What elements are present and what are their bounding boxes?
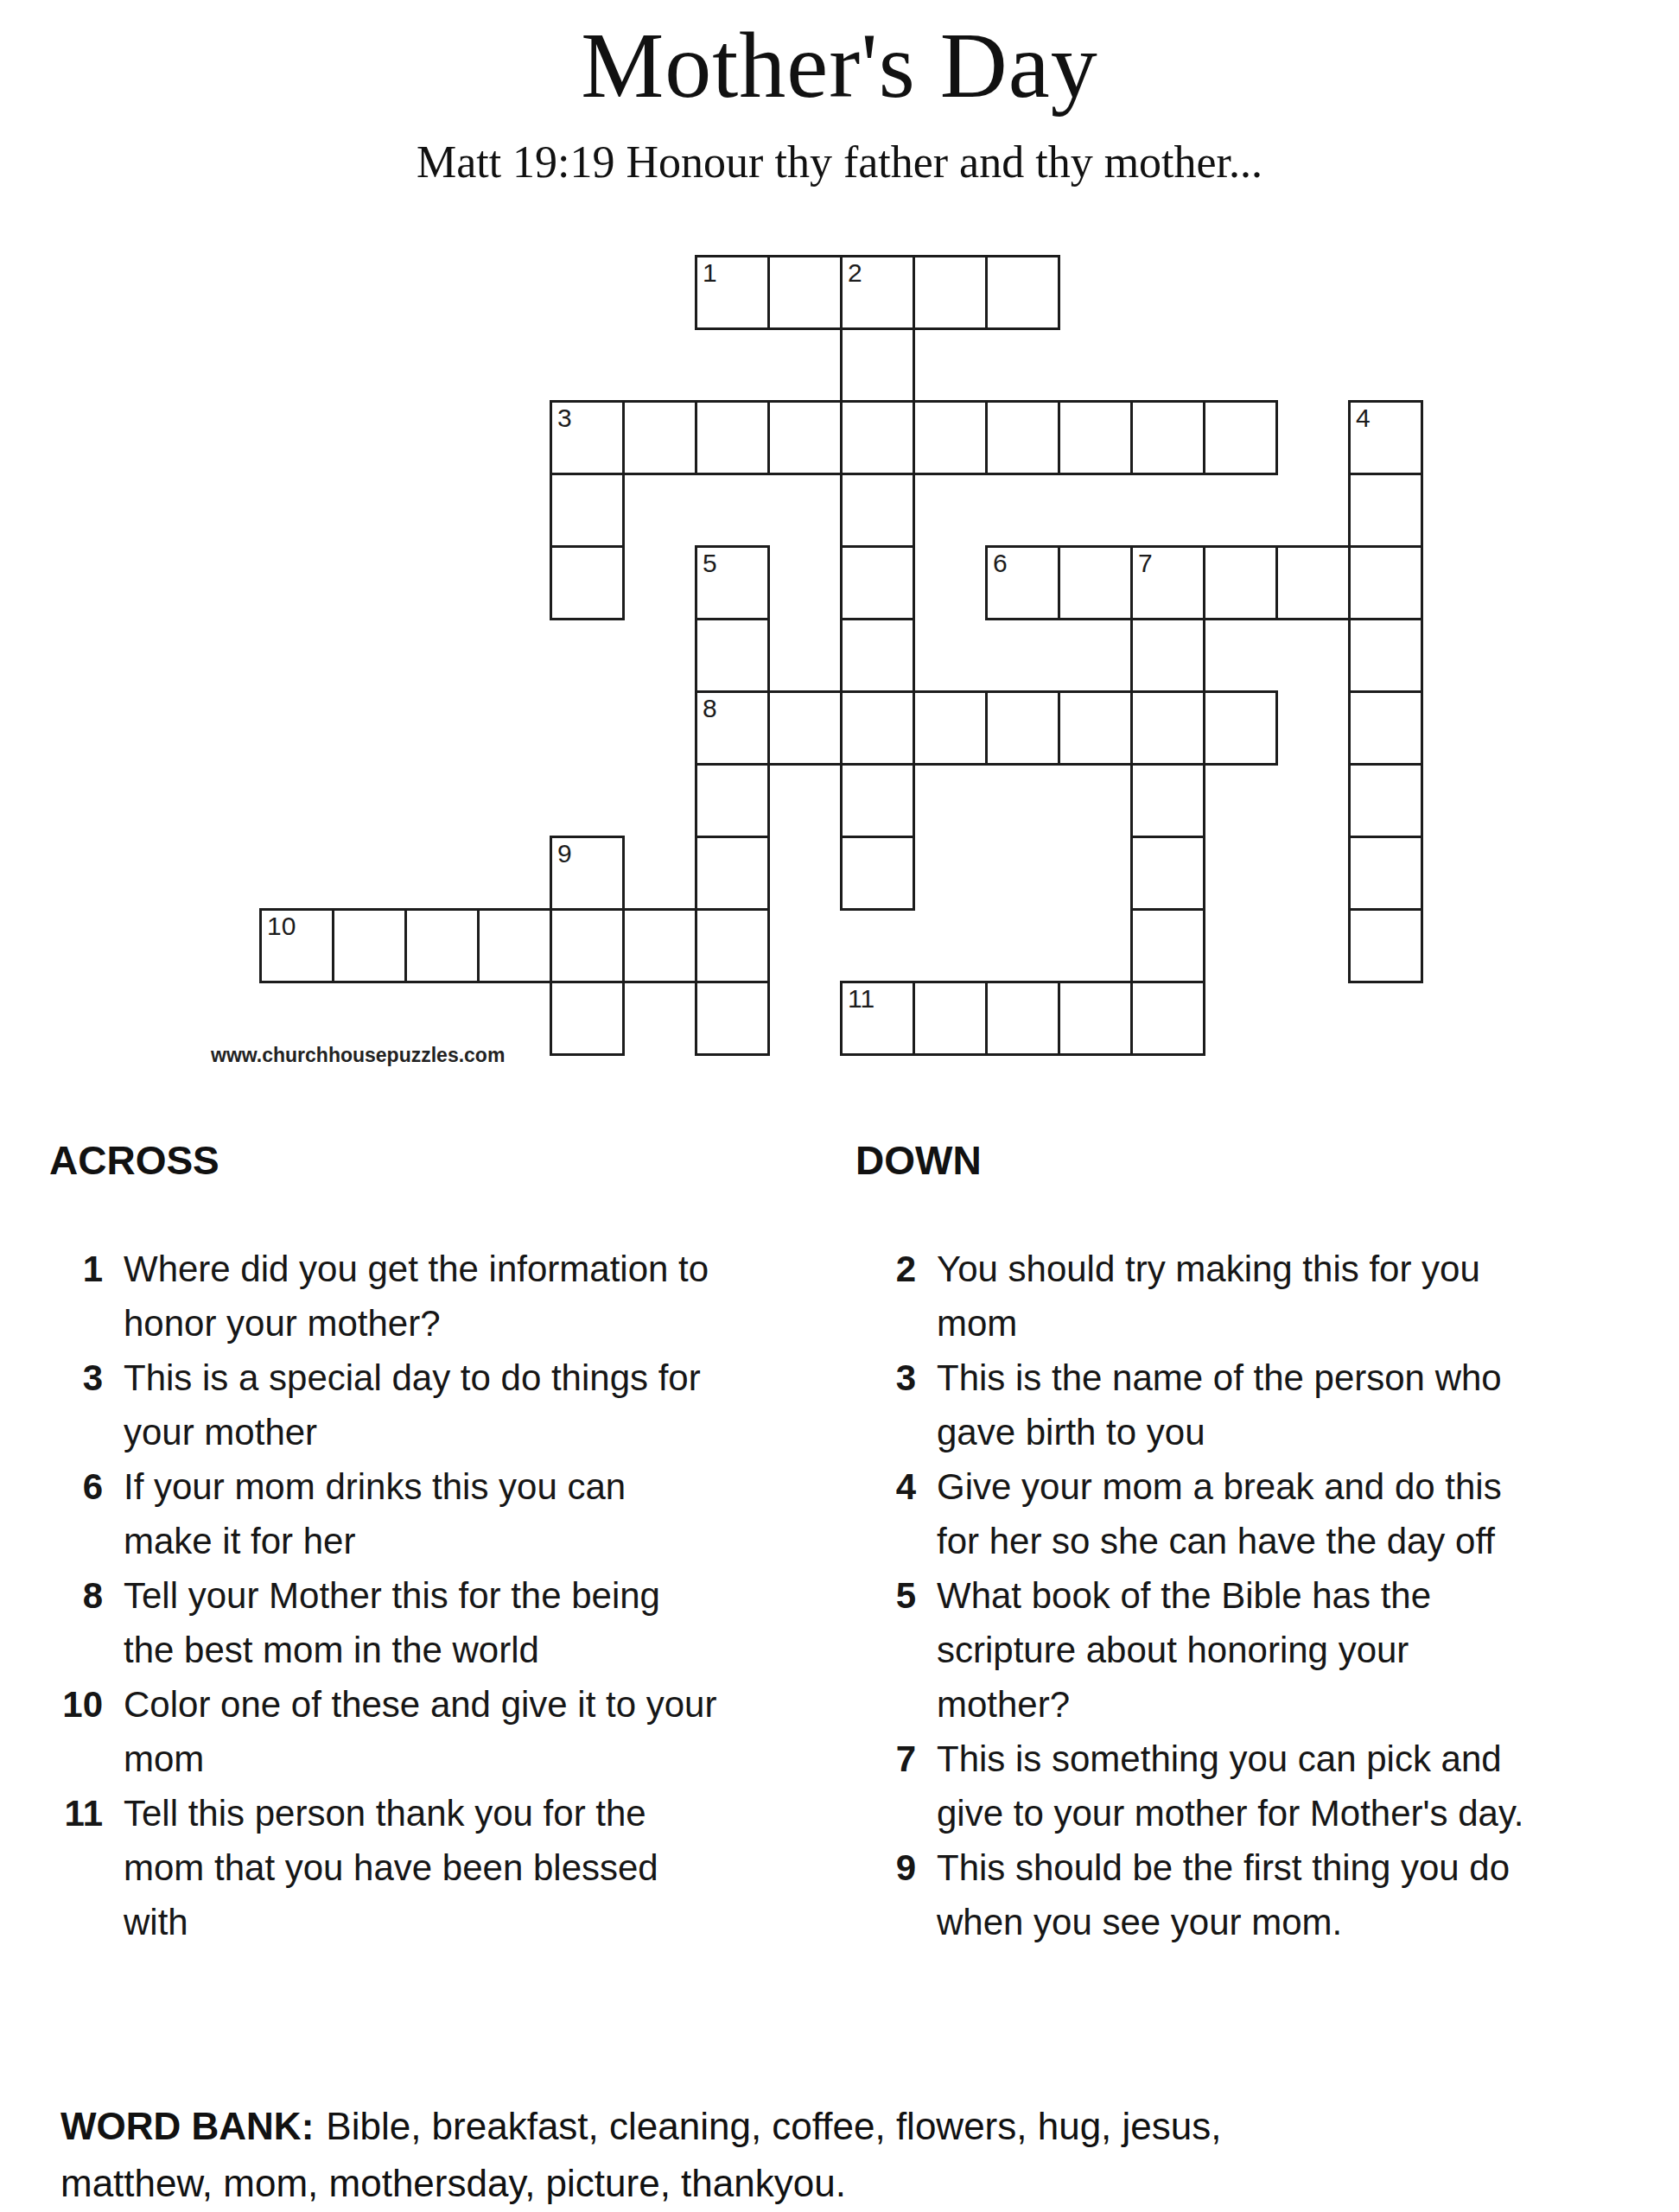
grid-cell[interactable]: 6 — [985, 545, 1060, 620]
grid-cell[interactable] — [1203, 545, 1278, 620]
grid-cell[interactable] — [332, 908, 407, 983]
clue-number: 5 — [855, 1568, 937, 1623]
across-clue-8: 8Tell your Mother this for the being the… — [49, 1568, 766, 1677]
grid-cell[interactable] — [622, 908, 697, 983]
grid-cell[interactable] — [1058, 400, 1133, 475]
clue-number: 10 — [267, 912, 296, 941]
grid-cell[interactable] — [695, 618, 770, 693]
clue-number: 9 — [855, 1840, 937, 1895]
grid-cell[interactable] — [1348, 836, 1423, 911]
clue-number: 3 — [49, 1351, 124, 1405]
grid-cell[interactable] — [1275, 545, 1351, 620]
grid-cell[interactable] — [913, 981, 988, 1056]
down-clue-2: 2You should try making this for you mom — [855, 1242, 1616, 1351]
clue-number: 8 — [49, 1568, 124, 1623]
clue-text: Tell this person thank you for the mom t… — [124, 1786, 766, 1949]
grid-cell[interactable] — [695, 908, 770, 983]
grid-cell[interactable] — [1130, 836, 1205, 911]
grid-cell[interactable] — [1130, 763, 1205, 838]
clue-text: Color one of these and give it to your m… — [124, 1677, 766, 1786]
grid-cell[interactable] — [622, 400, 697, 475]
grid-cell[interactable] — [404, 908, 480, 983]
clue-number: 7 — [1138, 549, 1153, 578]
grid-cell[interactable] — [840, 473, 915, 548]
clue-number: 1 — [49, 1242, 124, 1296]
grid-cell[interactable] — [840, 836, 915, 911]
puzzle-title: Mother's Day — [0, 12, 1679, 119]
clue-text: Where did you get the information to hon… — [124, 1242, 766, 1351]
grid-cell[interactable] — [985, 255, 1060, 330]
clue-text: Give your mom a break and do this for he… — [937, 1459, 1616, 1568]
grid-cell[interactable]: 5 — [695, 545, 770, 620]
clue-text: You should try making this for you mom — [937, 1242, 1616, 1351]
grid-cell[interactable] — [840, 545, 915, 620]
grid-cell[interactable] — [695, 836, 770, 911]
word-bank: WORD BANK:Bible, breakfast, cleaning, co… — [60, 2098, 1357, 2212]
crossword-grid: 1234567891011 — [259, 255, 1423, 1056]
across-clue-11: 11Tell this person thank you for the mom… — [49, 1786, 766, 1949]
clue-number: 1 — [703, 258, 717, 288]
grid-cell[interactable] — [985, 690, 1060, 766]
grid-cell[interactable] — [840, 690, 915, 766]
grid-cell[interactable]: 10 — [259, 908, 334, 983]
down-clue-9: 9This should be the first thing you do w… — [855, 1840, 1616, 1949]
clue-number: 7 — [855, 1732, 937, 1786]
down-clue-5: 5What book of the Bible has the scriptur… — [855, 1568, 1616, 1732]
clue-text: This is a special day to do things for y… — [124, 1351, 766, 1459]
grid-cell[interactable] — [1058, 690, 1133, 766]
grid-cell[interactable] — [1130, 981, 1205, 1056]
clue-number: 5 — [703, 549, 717, 578]
down-clue-list: 2You should try making this for you mom3… — [855, 1242, 1616, 1949]
website-credit: www.churchhousepuzzles.com — [211, 1044, 505, 1067]
grid-cell[interactable] — [1203, 400, 1278, 475]
clue-number: 4 — [1356, 404, 1371, 433]
grid-cell[interactable] — [913, 690, 988, 766]
grid-cell[interactable] — [1130, 690, 1205, 766]
grid-cell[interactable] — [767, 400, 843, 475]
grid-cell[interactable] — [985, 981, 1060, 1056]
grid-cell[interactable] — [550, 908, 625, 983]
grid-cell[interactable] — [840, 327, 915, 403]
clue-number: 10 — [49, 1677, 124, 1732]
grid-cell[interactable] — [1130, 908, 1205, 983]
grid-cell[interactable] — [840, 763, 915, 838]
grid-cell[interactable] — [1348, 690, 1423, 766]
clue-number: 2 — [855, 1242, 937, 1296]
grid-cell[interactable] — [767, 255, 843, 330]
grid-cell[interactable] — [840, 618, 915, 693]
down-header: DOWN — [855, 1137, 982, 1184]
grid-cell[interactable] — [1058, 545, 1133, 620]
grid-cell[interactable] — [1130, 618, 1205, 693]
across-clue-6: 6If your mom drinks this you can make it… — [49, 1459, 766, 1568]
grid-cell[interactable] — [913, 400, 988, 475]
grid-cell[interactable] — [695, 400, 770, 475]
clue-number: 6 — [993, 549, 1008, 578]
clue-number: 6 — [49, 1459, 124, 1514]
down-clue-4: 4Give your mom a break and do this for h… — [855, 1459, 1616, 1568]
puzzle-subtitle: Matt 19:19 Honour thy father and thy mot… — [0, 137, 1679, 188]
clue-number: 3 — [557, 404, 572, 433]
clue-text: What book of the Bible has the scripture… — [937, 1568, 1616, 1732]
grid-cell[interactable]: 9 — [550, 836, 625, 911]
grid-cell[interactable]: 7 — [1130, 545, 1205, 620]
grid-cell[interactable] — [550, 473, 625, 548]
clue-number: 8 — [703, 694, 717, 723]
across-clue-10: 10Color one of these and give it to your… — [49, 1677, 766, 1786]
grid-cell[interactable]: 2 — [840, 255, 915, 330]
grid-cell[interactable] — [1058, 981, 1133, 1056]
down-clue-7: 7This is something you can pick and give… — [855, 1732, 1616, 1840]
grid-cell[interactable] — [477, 908, 552, 983]
grid-cell[interactable] — [1130, 400, 1205, 475]
clue-number: 4 — [855, 1459, 937, 1514]
grid-cell[interactable] — [1348, 618, 1423, 693]
clue-number: 3 — [855, 1351, 937, 1405]
grid-cell[interactable]: 3 — [550, 400, 625, 475]
grid-cell[interactable]: 11 — [840, 981, 915, 1056]
grid-cell[interactable]: 1 — [695, 255, 770, 330]
grid-cell[interactable] — [1203, 690, 1278, 766]
across-header: ACROSS — [49, 1137, 219, 1184]
grid-cell[interactable] — [913, 255, 988, 330]
grid-cell[interactable] — [695, 763, 770, 838]
grid-cell[interactable] — [1348, 473, 1423, 548]
clue-number: 9 — [557, 839, 572, 868]
clue-text: If your mom drinks this you can make it … — [124, 1459, 766, 1568]
grid-cell[interactable] — [1348, 545, 1423, 620]
clue-text: This is the name of the person who gave … — [937, 1351, 1616, 1459]
clue-text: This is something you can pick and give … — [937, 1732, 1616, 1840]
clue-number: 11 — [848, 984, 874, 1014]
grid-cell[interactable] — [550, 545, 625, 620]
clue-number: 2 — [848, 258, 862, 288]
grid-cell[interactable] — [550, 981, 625, 1056]
grid-cell[interactable] — [840, 400, 915, 475]
grid-cell[interactable] — [767, 690, 843, 766]
grid-cell[interactable] — [695, 981, 770, 1056]
across-clue-3: 3This is a special day to do things for … — [49, 1351, 766, 1459]
clue-text: This should be the first thing you do wh… — [937, 1840, 1616, 1949]
grid-cell[interactable]: 8 — [695, 690, 770, 766]
across-clue-list: 1Where did you get the information to ho… — [49, 1242, 766, 1949]
word-bank-label: WORD BANK: — [60, 2105, 326, 2147]
down-clue-3: 3This is the name of the person who gave… — [855, 1351, 1616, 1459]
grid-cell[interactable] — [1348, 908, 1423, 983]
across-clue-1: 1Where did you get the information to ho… — [49, 1242, 766, 1351]
clue-number: 11 — [49, 1786, 124, 1840]
clue-text: Tell your Mother this for the being the … — [124, 1568, 766, 1677]
grid-cell[interactable] — [1348, 763, 1423, 838]
grid-cell[interactable]: 4 — [1348, 400, 1423, 475]
grid-cell[interactable] — [985, 400, 1060, 475]
